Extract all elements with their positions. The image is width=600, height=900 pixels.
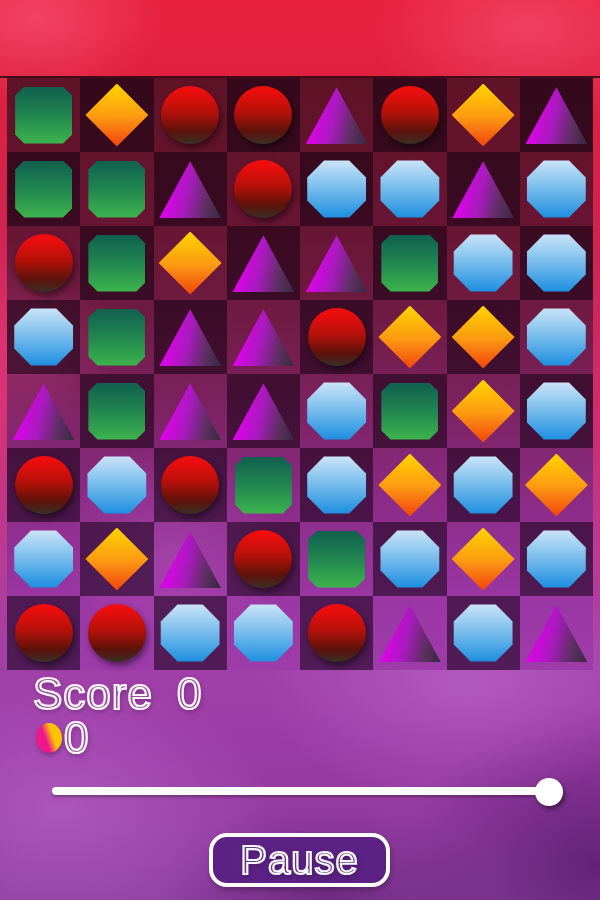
cell-r1c5[interactable]	[300, 78, 373, 152]
green-octagon-piece	[381, 383, 438, 440]
cell-r3c7[interactable]	[447, 226, 520, 300]
orange-diamond-piece	[452, 528, 515, 591]
pause-button-label: Pause	[240, 840, 358, 880]
red-circle-piece	[15, 234, 73, 292]
green-octagon-piece	[15, 161, 72, 218]
blue-octagon-piece	[307, 160, 367, 218]
score-value: 0	[177, 672, 202, 716]
game-board	[7, 78, 593, 670]
green-octagon-piece	[15, 87, 72, 144]
cell-r6c7[interactable]	[447, 448, 520, 522]
purple-triangle-piece	[232, 234, 295, 293]
cell-r2c7[interactable]	[447, 152, 520, 226]
blue-octagon-piece	[307, 382, 367, 440]
green-octagon-piece	[88, 309, 145, 366]
cell-r5c2[interactable]	[80, 374, 153, 448]
purple-triangle-piece	[305, 86, 368, 145]
red-circle-piece	[234, 160, 292, 218]
orange-diamond-piece	[525, 454, 588, 517]
blue-octagon-piece	[526, 234, 586, 292]
red-circle-piece	[308, 604, 366, 662]
cell-r5c1[interactable]	[7, 374, 80, 448]
cell-r2c4[interactable]	[227, 152, 300, 226]
cell-r3c1[interactable]	[7, 226, 80, 300]
cell-r8c1[interactable]	[7, 596, 80, 670]
green-octagon-piece	[88, 235, 145, 292]
cell-r2c6[interactable]	[373, 152, 446, 226]
purple-triangle-piece	[159, 308, 222, 367]
blue-octagon-piece	[526, 530, 586, 588]
cell-r7c6[interactable]	[373, 522, 446, 596]
orange-diamond-piece	[378, 454, 441, 517]
blue-octagon-piece	[233, 604, 293, 662]
cell-r8c7[interactable]	[447, 596, 520, 670]
red-circle-piece	[234, 530, 292, 588]
cell-r4c2[interactable]	[80, 300, 153, 374]
blue-octagon-piece	[14, 530, 74, 588]
orange-diamond-piece	[452, 380, 515, 443]
red-circle-piece	[308, 308, 366, 366]
game-screen: Score 0 0 Pause	[0, 0, 600, 900]
purple-triangle-piece	[232, 308, 295, 367]
cell-r3c2[interactable]	[80, 226, 153, 300]
cell-r6c3[interactable]	[154, 448, 227, 522]
cell-r3c5[interactable]	[300, 226, 373, 300]
orange-diamond-piece	[85, 528, 148, 591]
cell-r1c4[interactable]	[227, 78, 300, 152]
pause-button[interactable]: Pause	[209, 833, 390, 887]
blue-octagon-piece	[87, 456, 147, 514]
cell-r4c3[interactable]	[154, 300, 227, 374]
red-circle-piece	[15, 604, 73, 662]
blue-octagon-piece	[380, 160, 440, 218]
green-octagon-piece	[381, 235, 438, 292]
blue-octagon-piece	[526, 382, 586, 440]
purple-triangle-piece	[159, 382, 222, 441]
blue-octagon-piece	[453, 234, 513, 292]
cell-r8c4[interactable]	[227, 596, 300, 670]
blue-octagon-piece	[453, 456, 513, 514]
cell-r6c6[interactable]	[373, 448, 446, 522]
purple-triangle-piece	[305, 234, 368, 293]
blue-octagon-piece	[526, 160, 586, 218]
score-row: Score 0	[33, 672, 202, 716]
orange-diamond-piece	[452, 84, 515, 147]
cell-r8c8[interactable]	[520, 596, 593, 670]
red-circle-piece	[381, 86, 439, 144]
cell-r1c7[interactable]	[447, 78, 520, 152]
cell-r1c1[interactable]	[7, 78, 80, 152]
cell-r4c4[interactable]	[227, 300, 300, 374]
cell-r7c4[interactable]	[227, 522, 300, 596]
cell-r6c8[interactable]	[520, 448, 593, 522]
cell-r2c8[interactable]	[520, 152, 593, 226]
score-label: Score	[33, 672, 153, 716]
orange-diamond-piece	[452, 306, 515, 369]
gem-count-value: 0	[64, 716, 89, 760]
cell-r1c2[interactable]	[80, 78, 153, 152]
orange-diamond-piece	[378, 306, 441, 369]
purple-triangle-piece	[232, 382, 295, 441]
purple-triangle-piece	[525, 86, 588, 145]
cell-r4c5[interactable]	[300, 300, 373, 374]
cell-r1c8[interactable]	[520, 78, 593, 152]
cell-r5c7[interactable]	[447, 374, 520, 448]
cell-r8c6[interactable]	[373, 596, 446, 670]
purple-triangle-piece	[159, 160, 222, 219]
cell-r6c1[interactable]	[7, 448, 80, 522]
time-slider-knob[interactable]	[535, 778, 563, 806]
green-octagon-piece	[235, 457, 292, 514]
cell-r3c6[interactable]	[373, 226, 446, 300]
red-circle-piece	[234, 86, 292, 144]
purple-triangle-piece	[12, 382, 75, 441]
blue-octagon-piece	[453, 604, 513, 662]
cell-r7c8[interactable]	[520, 522, 593, 596]
time-slider-track[interactable]	[52, 787, 556, 795]
red-circle-piece	[88, 604, 146, 662]
cell-r3c3[interactable]	[154, 226, 227, 300]
cell-r2c3[interactable]	[154, 152, 227, 226]
cell-r8c5[interactable]	[300, 596, 373, 670]
cell-r8c3[interactable]	[154, 596, 227, 670]
cell-r1c6[interactable]	[373, 78, 446, 152]
blue-octagon-piece	[526, 308, 586, 366]
cell-r7c1[interactable]	[7, 522, 80, 596]
green-octagon-piece	[88, 161, 145, 218]
purple-triangle-piece	[452, 160, 515, 219]
red-circle-piece	[15, 456, 73, 514]
cell-r3c4[interactable]	[227, 226, 300, 300]
gem-icon	[36, 723, 62, 753]
cell-r4c8[interactable]	[520, 300, 593, 374]
purple-triangle-piece	[378, 604, 441, 663]
cell-r7c7[interactable]	[447, 522, 520, 596]
cell-r6c5[interactable]	[300, 448, 373, 522]
red-circle-piece	[161, 456, 219, 514]
cell-r6c2[interactable]	[80, 448, 153, 522]
cell-r8c2[interactable]	[80, 596, 153, 670]
cell-r7c2[interactable]	[80, 522, 153, 596]
purple-triangle-piece	[525, 604, 588, 663]
cell-r1c3[interactable]	[154, 78, 227, 152]
blue-octagon-piece	[307, 456, 367, 514]
cell-r4c6[interactable]	[373, 300, 446, 374]
orange-diamond-piece	[85, 84, 148, 147]
blue-octagon-piece	[14, 308, 74, 366]
cell-r3c8[interactable]	[520, 226, 593, 300]
green-octagon-piece	[308, 531, 365, 588]
cell-r7c5[interactable]	[300, 522, 373, 596]
green-octagon-piece	[88, 383, 145, 440]
cell-r6c4[interactable]	[227, 448, 300, 522]
blue-octagon-piece	[380, 530, 440, 588]
cell-r4c1[interactable]	[7, 300, 80, 374]
red-circle-piece	[161, 86, 219, 144]
gem-counter: 0	[36, 716, 89, 760]
cell-r5c3[interactable]	[154, 374, 227, 448]
cell-r2c1[interactable]	[7, 152, 80, 226]
cell-r5c5[interactable]	[300, 374, 373, 448]
cell-r5c6[interactable]	[373, 374, 446, 448]
cell-r4c7[interactable]	[447, 300, 520, 374]
cell-r5c4[interactable]	[227, 374, 300, 448]
cell-r2c2[interactable]	[80, 152, 153, 226]
orange-diamond-piece	[159, 232, 222, 295]
purple-triangle-piece	[159, 530, 222, 589]
cell-r5c8[interactable]	[520, 374, 593, 448]
cell-r7c3[interactable]	[154, 522, 227, 596]
blue-octagon-piece	[160, 604, 220, 662]
cell-r2c5[interactable]	[300, 152, 373, 226]
